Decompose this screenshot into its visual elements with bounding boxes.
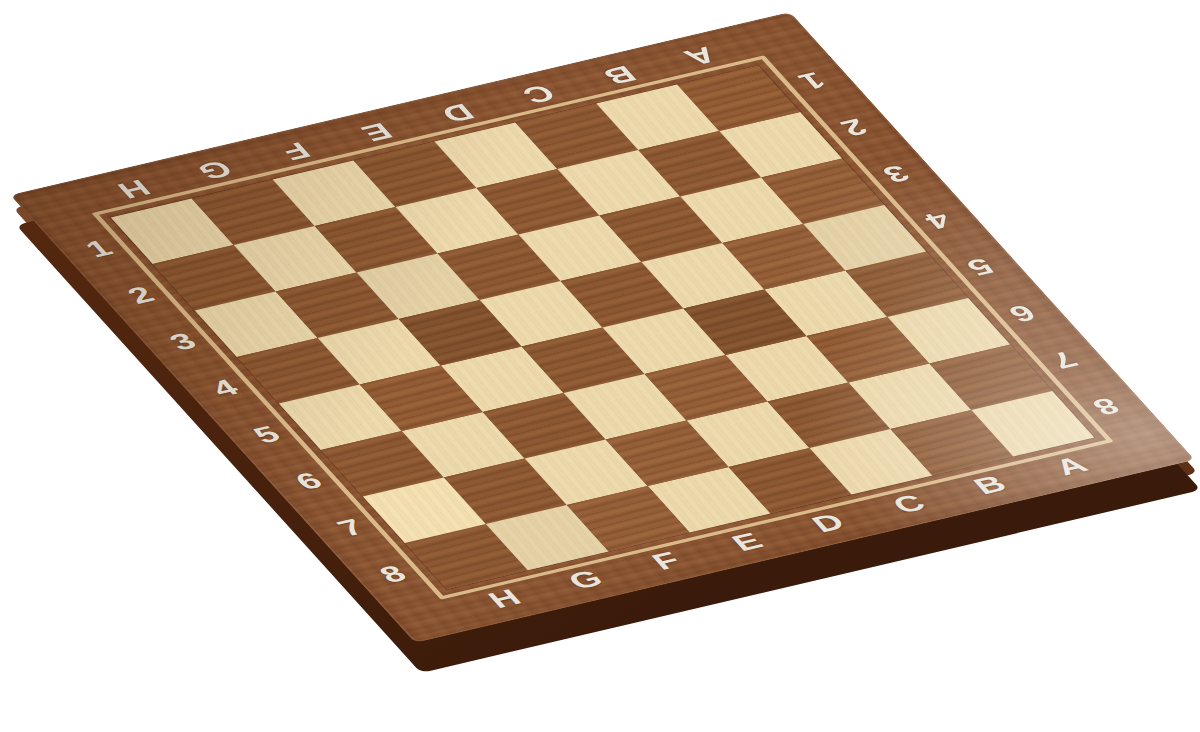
playing-field bbox=[111, 66, 1095, 590]
chess-board: HGFEDCBA HGFEDCBA 12345678 12345678 bbox=[10, 12, 1195, 643]
product-photo: HGFEDCBA HGFEDCBA 12345678 12345678 bbox=[0, 0, 1200, 732]
